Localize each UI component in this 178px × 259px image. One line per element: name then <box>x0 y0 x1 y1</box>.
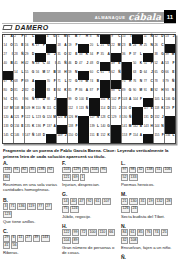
cell-clue-letter: P <box>151 62 153 65</box>
cell-clue-letter: F <box>97 89 99 92</box>
cell-number: 86 <box>79 89 82 92</box>
cell-number: 60 <box>90 71 93 74</box>
grid-cell[interactable]: 153P <box>122 134 132 143</box>
cell-number: 41 <box>14 62 17 65</box>
grid-cell[interactable]: 154A <box>132 134 142 143</box>
cell-clue-letter: N <box>140 80 142 83</box>
cell-number: 65 <box>154 71 157 74</box>
cell-clue-letter: O <box>161 71 163 74</box>
cell-clue-letter: G <box>53 35 55 38</box>
cell-number: 102 <box>111 98 116 101</box>
cell-clue-letter: J <box>54 98 56 101</box>
cell-clue-letter: L <box>65 80 67 83</box>
cell-clue-letter: K <box>161 107 163 110</box>
grid-cell[interactable]: 84K <box>57 89 67 98</box>
cell-clue-letter: B <box>140 125 142 128</box>
grid-cell[interactable]: 125B <box>57 116 67 125</box>
cell-clue-letter: E <box>75 53 77 56</box>
grid-cell[interactable]: 62Ñ <box>111 71 121 80</box>
cell-number: 104 <box>133 98 138 101</box>
cell-clue-letter: P <box>118 98 120 101</box>
answer-cell-number: 132 <box>155 198 164 205</box>
cell-clue-letter: B <box>129 44 131 47</box>
cell-number: 78 <box>154 80 157 83</box>
cell-clue-letter: M <box>10 107 13 110</box>
cell-number: 57 <box>47 71 50 74</box>
cell-clue-letter: G <box>32 71 34 74</box>
clue-b: B.3711361197727123Que tiene anillos. <box>3 197 57 224</box>
answer-cell-number: 75 <box>62 206 69 213</box>
cell-number: 24 <box>133 44 136 47</box>
cell-clue-letter: C <box>151 80 153 83</box>
cell-clue-letter: J <box>162 116 164 119</box>
cell-number: 64 <box>144 71 147 74</box>
cell-clue-letter: N <box>75 71 77 74</box>
cell-number: 3 <box>25 35 27 38</box>
cell-clue-letter: B <box>54 71 56 74</box>
answer-cell-number: 97 <box>121 167 128 174</box>
cell-number: 139 <box>90 125 95 128</box>
cell-clue-letter: C <box>118 35 120 38</box>
cell-number: 100 <box>79 98 84 101</box>
cell-number: 15 <box>14 44 17 47</box>
cell-number: 11 <box>144 35 147 38</box>
cell-number: 75 <box>122 80 125 83</box>
answer-cell-number: 98 <box>129 167 136 174</box>
clue-letter: Ñ. <box>121 254 175 259</box>
cell-number: 44 <box>47 62 50 65</box>
cell-clue-letter: O <box>96 62 98 65</box>
cell-clue-letter: O <box>75 98 77 101</box>
cell-clue-letter: K <box>107 134 109 137</box>
cell-number: 131 <box>144 116 149 119</box>
cell-clue-letter: O <box>75 134 77 137</box>
cell-number: 112 <box>68 107 73 110</box>
cell-number: 84 <box>57 89 60 92</box>
clue-column-1: A.1169182351369286Reunimos en una sola v… <box>3 160 57 259</box>
cell-clue-letter: B <box>64 116 66 119</box>
answer-cell-number: 110 <box>98 229 107 236</box>
answer-cell-number: 25 <box>161 229 168 236</box>
clue-letter: N. <box>121 223 175 229</box>
cell-number: 39 <box>165 53 168 56</box>
answer-cell-number: 84 <box>121 229 128 236</box>
cell-number: 115 <box>111 107 116 110</box>
cell-number: 124 <box>47 116 52 119</box>
cell-number: 51 <box>144 62 147 65</box>
cell-clue-letter: E <box>97 134 99 137</box>
grid-cell[interactable]: 113Ñ <box>78 107 88 116</box>
cell-number: 46 <box>68 62 71 65</box>
cell-number: 151 <box>90 134 95 137</box>
grid-cell[interactable]: 104F <box>132 98 142 107</box>
cell-number: 7 <box>79 35 81 38</box>
cell-number: 27 <box>4 53 7 56</box>
cell-clue-letter: G <box>75 80 77 83</box>
clue-text: Injurian, desprecian. <box>62 182 116 187</box>
tab-icon <box>2 25 12 30</box>
cell-number: 134 <box>14 125 19 128</box>
answer-cell-number: 24 <box>131 206 138 213</box>
cell-number: 10 <box>122 35 125 38</box>
answer-cell-number: 74 <box>153 229 160 236</box>
cell-number: 122 <box>25 116 30 119</box>
clue-c: C.2961127391434156Riberas. <box>3 228 57 255</box>
cell-number: 111 <box>47 107 52 110</box>
answer-cell-number: 103 <box>62 167 71 174</box>
cell-number: 23 <box>122 44 125 47</box>
cell-number: 147 <box>25 134 30 137</box>
cell-number: 116 <box>122 107 127 110</box>
cell-clue-letter: O <box>32 89 34 92</box>
grid-cell[interactable]: 152K <box>100 134 110 143</box>
cell-number: 76 <box>133 80 136 83</box>
clue-text: Riberas. <box>3 250 57 255</box>
cell-number: 47 <box>79 62 82 65</box>
cell-number: 49 <box>111 62 114 65</box>
cell-clue-letter: L <box>172 134 174 137</box>
answer-cell-number: 71 <box>9 203 16 210</box>
cell-number: 80 <box>4 89 7 92</box>
cell-clue-letter: A <box>107 53 109 56</box>
cell-number: 30 <box>47 53 50 56</box>
cell-number: 5 <box>57 35 59 38</box>
cell-number: 114 <box>101 107 106 110</box>
cell-number: 107 <box>4 107 9 110</box>
grid-cell[interactable]: 148D <box>35 134 45 143</box>
clue-letter: C. <box>3 228 57 234</box>
cell-clue-letter: N <box>151 44 153 47</box>
cell-clue-letter: C <box>10 98 12 101</box>
cell-clue-letter: H <box>140 44 142 47</box>
grid-cell[interactable]: 151E <box>89 134 99 143</box>
cell-number: 6 <box>68 35 70 38</box>
grid-cell[interactable]: 91B <box>143 89 153 98</box>
cell-clue-letter: N <box>161 125 163 128</box>
cell-number: 135 <box>25 125 30 128</box>
cell-clue-letter: L <box>119 89 121 92</box>
answer-cell-number: 21 <box>121 198 128 205</box>
cell-clue-letter: E <box>21 44 23 47</box>
cell-clue-letter: K <box>107 98 109 101</box>
cell-clue-letter: D <box>75 62 77 65</box>
cell-clue-letter: K <box>10 80 12 83</box>
cell-number: 89 <box>122 89 125 92</box>
cell-clue-letter: E <box>151 107 153 110</box>
cell-clue-letter: L <box>140 53 142 56</box>
clue-text: Que tiene anillos. <box>3 219 57 224</box>
cell-number: 149 <box>57 134 62 137</box>
cell-number: 142 <box>133 125 138 128</box>
cell-clue-letter: H <box>32 107 34 110</box>
cell-clue-letter: P <box>172 107 174 110</box>
answer-cell-number: 72 <box>80 229 87 236</box>
cell-number: 61 <box>101 71 104 74</box>
grid-cell[interactable]: 147Ñ <box>25 134 35 143</box>
cell-number: 79 <box>165 80 168 83</box>
answer-cell-number: 136 <box>17 203 26 210</box>
clue-number-boxes: 3711361197727123 <box>3 203 57 218</box>
grid-cell[interactable]: 149J <box>57 134 67 143</box>
damero-grid: 1A2F3L4G5M6B7H8N9C10I11Ñ12D13J14O15E16K1… <box>2 34 176 144</box>
grid-cell[interactable]: 56M <box>35 71 45 80</box>
grid-cell[interactable]: 137A <box>46 125 56 134</box>
cell-number: 4 <box>47 35 49 38</box>
cell-clue-letter: E <box>86 98 88 101</box>
clue-text: Secta budista del Tíbet. <box>121 214 175 219</box>
cell-clue-letter: I <box>76 107 77 110</box>
cell-clue-letter: O <box>10 44 12 47</box>
cell-number: 127 <box>90 116 95 119</box>
cell-clue-letter: K <box>86 53 88 56</box>
grid-cell[interactable]: 35A <box>100 53 110 62</box>
cell-clue-letter: P <box>43 44 45 47</box>
cell-number: 105 <box>154 98 159 101</box>
black-cell <box>122 62 132 71</box>
cell-clue-letter: J <box>54 53 56 56</box>
cell-number: 96 <box>25 98 28 101</box>
grid-cell[interactable]: 22M <box>111 44 121 53</box>
cell-number: 72 <box>68 80 71 83</box>
cell-clue-letter: C <box>107 116 109 119</box>
magazine-header-bar: ALMANAQUE cábala <box>33 12 164 22</box>
cell-number: 109 <box>25 107 30 110</box>
clue-number-boxes: 84618576742532108 <box>121 229 175 244</box>
grid-cell[interactable]: 145C <box>3 134 13 143</box>
cell-clue-letter: E <box>54 89 56 92</box>
cell-number: 133 <box>4 125 9 128</box>
cell-number: 154 <box>133 134 138 137</box>
grid-cell[interactable]: 4G <box>46 35 56 44</box>
cell-number: 123 <box>36 116 41 119</box>
black-cell <box>78 125 88 134</box>
grid-cell[interactable]: 156L <box>165 134 175 143</box>
cell-clue-letter: P <box>43 125 45 128</box>
cell-clue-letter: L <box>162 98 164 101</box>
cell-clue-letter: B <box>151 89 153 92</box>
cell-number: 101 <box>101 98 106 101</box>
answer-cell-number: 136 <box>37 167 46 174</box>
clue-g: G.144047926110775124Júbilo, regocijo. <box>62 191 116 218</box>
cell-clue-letter: D <box>10 89 12 92</box>
grid-cell[interactable]: 17P <box>35 44 45 53</box>
cell-clue-letter: A <box>129 98 131 101</box>
grid-cell[interactable]: 7H <box>78 35 88 44</box>
clue-number-boxes: 2961127391434156 <box>3 235 57 250</box>
answer-cell-number: 32 <box>137 167 144 174</box>
grid-cell[interactable]: 40B <box>3 62 13 71</box>
cell-number: 132 <box>154 116 159 119</box>
cell-clue-letter: D <box>32 53 34 56</box>
cell-number: 88 <box>111 89 114 92</box>
cell-clue-letter: B <box>75 35 77 38</box>
cell-number: 21 <box>101 44 104 47</box>
cell-clue-letter: H <box>86 35 88 38</box>
cell-number: 146 <box>14 134 19 137</box>
grid-cell[interactable]: 155F <box>154 134 164 143</box>
grid-cell[interactable]: 146I <box>14 134 24 143</box>
answer-cell-number: 133 <box>129 174 138 181</box>
grid-cell[interactable]: 36F <box>122 53 132 62</box>
cell-clue-letter: Ñ <box>32 134 34 137</box>
cell-clue-letter: F <box>162 134 164 137</box>
cell-number: 68 <box>14 80 17 83</box>
answer-cell-number: 32 <box>121 237 128 244</box>
cell-clue-letter: D <box>43 98 45 101</box>
cell-clue-letter: M <box>129 125 132 128</box>
grid-cell[interactable]: 129I <box>111 116 121 125</box>
cell-number: 125 <box>57 116 62 119</box>
answer-cell-number: 92 <box>47 167 54 174</box>
cell-clue-letter: D <box>161 35 163 38</box>
cell-number: 129 <box>111 116 116 119</box>
answer-cell-number: 19 <box>147 198 154 205</box>
grid-cell[interactable]: 119P <box>165 107 175 116</box>
cell-number: 13 <box>165 35 168 38</box>
answer-cell-number: 143 <box>41 235 50 242</box>
page-number-badge: 11 <box>164 10 176 23</box>
cell-number: 140 <box>101 125 106 128</box>
cell-number: 54 <box>14 71 17 74</box>
cell-clue-letter: J <box>119 107 121 110</box>
cell-number: 48 <box>90 62 93 65</box>
answer-cell-number: 119 <box>27 203 36 210</box>
cell-clue-letter: A <box>54 125 56 128</box>
cell-number: 37 <box>133 53 136 56</box>
cell-clue-letter: Ñ <box>86 107 88 110</box>
black-cell <box>78 116 88 125</box>
answer-cell-number: 122 <box>62 229 71 236</box>
cell-clue-letter: F <box>22 116 24 119</box>
cell-clue-letter: O <box>64 53 66 56</box>
cell-clue-letter: A <box>10 116 12 119</box>
black-cell <box>46 134 56 143</box>
clue-ñ: Ñ.9290428343297771Enviamos gacelas. <box>121 254 175 259</box>
answer-cell-number: 61 <box>94 198 101 205</box>
answer-cell-number: 124 <box>70 206 79 213</box>
grid-cell[interactable]: 61I <box>100 71 110 80</box>
cell-number: 40 <box>4 62 7 65</box>
cell-number: 108 <box>14 107 19 110</box>
clue-letter: A. <box>3 160 57 166</box>
answer-cell-number: 123 <box>3 211 12 218</box>
cell-clue-letter: M <box>118 44 121 47</box>
cell-number: 138 <box>68 125 73 128</box>
cell-number: 71 <box>57 80 60 83</box>
cell-number: 59 <box>68 71 71 74</box>
cell-number: 153 <box>122 134 127 137</box>
cell-number: 17 <box>36 44 39 47</box>
cell-number: 29 <box>25 53 28 56</box>
answer-cell-number: 69 <box>72 174 79 181</box>
clue-text: Gran número de personas o de cosas. <box>62 245 116 256</box>
answer-cell-number: 11 <box>17 235 24 242</box>
grid-cell[interactable]: 25N <box>143 44 153 53</box>
cell-number: 141 <box>122 125 127 128</box>
cell-number: 26 <box>154 44 157 47</box>
cell-number: 19 <box>68 44 71 47</box>
cell-clue-letter: G <box>107 125 109 128</box>
cell-number: 77 <box>144 80 147 83</box>
answer-cell-number: 130 <box>129 198 138 205</box>
cell-number: 70 <box>47 80 50 83</box>
cell-number: 152 <box>101 134 106 137</box>
cell-clue-letter: N <box>97 116 99 119</box>
cell-clue-letter: D <box>43 134 45 137</box>
clue-text: Envuelvan, fajen a un niño. <box>121 245 175 250</box>
cell-number: 92 <box>154 89 157 92</box>
cell-number: 12 <box>154 35 157 38</box>
cell-number: 67 <box>4 80 7 83</box>
cell-clue-letter: D <box>151 116 153 119</box>
answer-cell-number: 100 <box>88 229 97 236</box>
black-cell <box>132 107 142 116</box>
clue-number-boxes: 1169182351369286 <box>3 167 57 182</box>
answer-cell-number: 108 <box>129 237 138 244</box>
grid-cell[interactable]: 47J <box>78 62 88 71</box>
grid-cell[interactable]: 150O <box>68 134 78 143</box>
cell-clue-letter: I <box>109 71 110 74</box>
cell-number: 118 <box>154 107 159 110</box>
grid-cell[interactable]: 87F <box>89 89 99 98</box>
answer-cell-number: 35 <box>29 167 36 174</box>
cell-number: 106 <box>165 98 170 101</box>
cell-number: 16 <box>25 44 28 47</box>
answer-cell-number: 99 <box>72 229 79 236</box>
cell-number: 98 <box>47 98 50 101</box>
cell-clue-letter: I <box>12 53 13 56</box>
cell-number: 95 <box>14 98 17 101</box>
cell-number: 137 <box>47 125 52 128</box>
answer-cell-number: 56 <box>11 242 18 249</box>
cell-number: 20 <box>90 44 93 47</box>
cell-number: 2 <box>14 35 16 38</box>
cell-number: 38 <box>154 53 157 56</box>
cell-number: 35 <box>101 53 104 56</box>
clue-letter: L. <box>121 160 175 166</box>
cell-number: 119 <box>165 107 170 110</box>
cell-number: 14 <box>4 44 7 47</box>
clue-letter: H. <box>62 223 116 229</box>
cell-number: 97 <box>36 98 39 101</box>
cell-clue-letter: B <box>97 80 99 83</box>
cell-clue-letter: F <box>54 80 56 83</box>
cell-number: 156 <box>165 134 170 137</box>
cell-clue-letter: G <box>107 44 109 47</box>
puzzle-title-row: DAMERO <box>3 24 49 31</box>
clue-number-boxes: 2113031191322812624 <box>121 198 175 213</box>
cell-clue-letter: L <box>32 35 34 38</box>
cell-clue-letter: N <box>97 35 99 38</box>
answer-cell-number: 47 <box>78 198 85 205</box>
grid-cell[interactable]: 13J <box>165 35 175 44</box>
cell-clue-letter: H <box>75 116 77 119</box>
cell-clue-letter: P <box>21 80 23 83</box>
cell-clue-letter: F <box>172 62 174 65</box>
cell-number: 155 <box>154 134 159 137</box>
cell-number: 74 <box>90 80 93 83</box>
grid-cell[interactable]: 143H <box>143 125 153 134</box>
cell-clue-letter: D <box>107 107 109 110</box>
cell-clue-letter: Ñ <box>172 80 174 83</box>
cell-number: 58 <box>57 71 60 74</box>
cell-clue-letter: I <box>55 62 56 65</box>
cell-clue-letter: Ñ <box>118 71 120 74</box>
answer-cell-number: 89 <box>72 237 79 244</box>
cell-clue-letter: A <box>86 89 88 92</box>
answer-cell-number: 91 <box>13 167 20 174</box>
clue-columns: A.1169182351369286Reunimos en una sola v… <box>3 160 175 259</box>
